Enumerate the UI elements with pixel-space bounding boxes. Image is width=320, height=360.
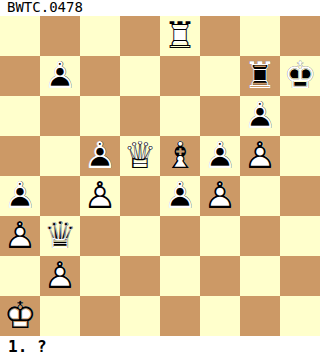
square-h1[interactable] (280, 296, 320, 336)
square-a7[interactable] (0, 56, 40, 96)
square-e3[interactable] (160, 216, 200, 256)
piece-black-pawn-b7: ♟♙ (40, 56, 80, 96)
square-g5[interactable]: ♟♙ (240, 136, 280, 176)
square-g1[interactable] (240, 296, 280, 336)
square-d5[interactable]: ♛♕ (120, 136, 160, 176)
square-a3[interactable]: ♟♙ (0, 216, 40, 256)
square-c1[interactable] (80, 296, 120, 336)
square-e8[interactable]: ♜♖ (160, 16, 200, 56)
square-d6[interactable] (120, 96, 160, 136)
square-c4[interactable]: ♟♙ (80, 176, 120, 216)
square-f8[interactable] (200, 16, 240, 56)
square-b7[interactable]: ♟♙ (40, 56, 80, 96)
square-g7[interactable]: ♜♖ (240, 56, 280, 96)
square-c3[interactable] (80, 216, 120, 256)
piece-black-pawn-c5: ♟♙ (80, 136, 120, 176)
square-b5[interactable] (40, 136, 80, 176)
square-a8[interactable] (0, 16, 40, 56)
piece-black-pawn-g6: ♟♙ (240, 96, 280, 136)
square-c2[interactable] (80, 256, 120, 296)
square-g6[interactable]: ♟♙ (240, 96, 280, 136)
square-d1[interactable] (120, 296, 160, 336)
square-g8[interactable] (240, 16, 280, 56)
square-h5[interactable] (280, 136, 320, 176)
square-g3[interactable] (240, 216, 280, 256)
square-d7[interactable] (120, 56, 160, 96)
square-a2[interactable] (0, 256, 40, 296)
square-f3[interactable] (200, 216, 240, 256)
square-f7[interactable] (200, 56, 240, 96)
piece-black-pawn-e4: ♟♙ (160, 176, 200, 216)
square-e5[interactable]: ♝♗ (160, 136, 200, 176)
square-h4[interactable] (280, 176, 320, 216)
piece-white-bishop-e5: ♝♗ (160, 136, 200, 176)
square-g2[interactable] (240, 256, 280, 296)
square-h2[interactable] (280, 256, 320, 296)
square-d8[interactable] (120, 16, 160, 56)
square-a6[interactable] (0, 96, 40, 136)
piece-white-queen-d5: ♛♕ (120, 136, 160, 176)
square-a1[interactable]: ♚♔ (0, 296, 40, 336)
square-f1[interactable] (200, 296, 240, 336)
square-b3[interactable]: ♛♕ (40, 216, 80, 256)
piece-black-queen-b3: ♛♕ (40, 216, 80, 256)
square-b6[interactable] (40, 96, 80, 136)
square-f5[interactable]: ♟♙ (200, 136, 240, 176)
square-e1[interactable] (160, 296, 200, 336)
square-b8[interactable] (40, 16, 80, 56)
square-b4[interactable] (40, 176, 80, 216)
square-d2[interactable] (120, 256, 160, 296)
puzzle-title: BWTC.0478 (0, 0, 320, 16)
piece-black-rook-g7: ♜♖ (240, 56, 280, 96)
piece-white-pawn-b2: ♟♙ (40, 256, 80, 296)
piece-white-pawn-f4: ♟♙ (200, 176, 240, 216)
square-b1[interactable] (40, 296, 80, 336)
square-h3[interactable] (280, 216, 320, 256)
piece-white-pawn-c4: ♟♙ (80, 176, 120, 216)
chess-board: ♜♖♟♙♜♖♚♔♟♙♟♙♛♕♝♗♟♙♟♙♟♙♟♙♟♙♟♙♟♙♛♕♟♙♚♔ (0, 16, 320, 336)
square-e4[interactable]: ♟♙ (160, 176, 200, 216)
square-f2[interactable] (200, 256, 240, 296)
piece-white-rook-e8: ♜♖ (160, 16, 200, 56)
move-prompt: 1. ? (0, 336, 320, 360)
square-c7[interactable] (80, 56, 120, 96)
square-b2[interactable]: ♟♙ (40, 256, 80, 296)
square-c8[interactable] (80, 16, 120, 56)
square-h8[interactable] (280, 16, 320, 56)
piece-black-king-h7: ♚♔ (280, 56, 320, 96)
square-c6[interactable] (80, 96, 120, 136)
square-e7[interactable] (160, 56, 200, 96)
piece-white-pawn-a3: ♟♙ (0, 216, 40, 256)
square-d4[interactable] (120, 176, 160, 216)
square-e2[interactable] (160, 256, 200, 296)
piece-white-king-a1: ♚♔ (0, 296, 40, 336)
square-f4[interactable]: ♟♙ (200, 176, 240, 216)
square-a5[interactable] (0, 136, 40, 176)
square-e6[interactable] (160, 96, 200, 136)
square-a4[interactable]: ♟♙ (0, 176, 40, 216)
square-h6[interactable] (280, 96, 320, 136)
square-h7[interactable]: ♚♔ (280, 56, 320, 96)
square-f6[interactable] (200, 96, 240, 136)
piece-black-pawn-a4: ♟♙ (0, 176, 40, 216)
square-d3[interactable] (120, 216, 160, 256)
piece-white-pawn-g5: ♟♙ (240, 136, 280, 176)
square-g4[interactable] (240, 176, 280, 216)
square-c5[interactable]: ♟♙ (80, 136, 120, 176)
piece-black-pawn-f5: ♟♙ (200, 136, 240, 176)
